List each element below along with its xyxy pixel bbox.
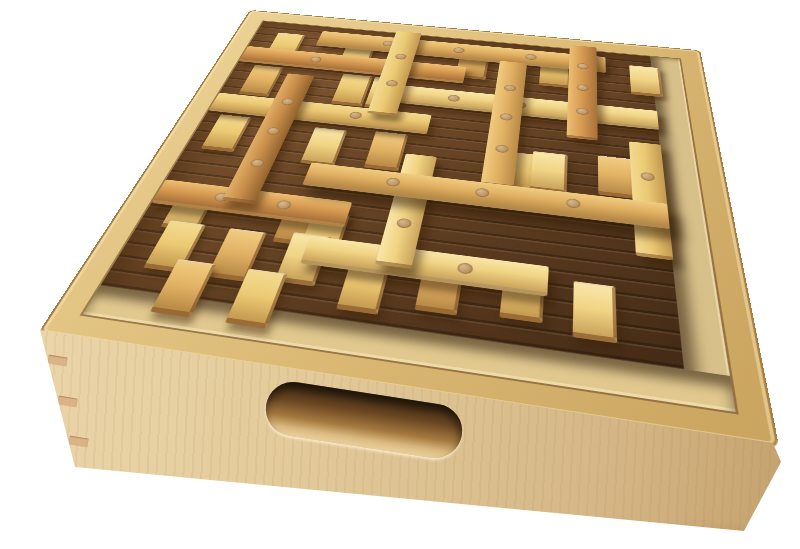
standing-block [364,131,408,171]
dowel-pin [309,56,322,63]
standing-block [300,127,347,167]
dowel-pin [640,172,654,182]
dowel-pin [500,113,513,121]
dowel-pin [576,84,588,91]
photo-canvas [0,0,800,549]
dowel-pin [495,144,509,153]
finger-joint [47,355,67,367]
dowel-pin [395,218,411,229]
dowel-pin [394,53,407,60]
standing-block [238,65,283,97]
dowel-pin [566,198,580,208]
dowel-pin [385,177,401,187]
dowel-pin [447,94,460,102]
dowel-pin [249,159,265,168]
dowel-pin [576,107,588,115]
dowel-pin [577,63,588,70]
dowel-pin [504,85,516,92]
standing-block [573,281,618,343]
dowel-pin [265,127,280,135]
finger-joint [57,396,77,408]
dowel-pin [280,98,295,106]
dowel-pin [457,262,474,274]
dowel-pin [453,47,465,53]
finger-joint [68,436,88,448]
plank-vertical [566,45,597,141]
standing-block [629,65,663,97]
dowel-pin [385,80,398,87]
standing-block [201,114,252,152]
dowel-pin [525,53,537,60]
dowel-pin [349,111,363,119]
dowel-pin [275,199,292,209]
dowel-pin [475,187,490,197]
